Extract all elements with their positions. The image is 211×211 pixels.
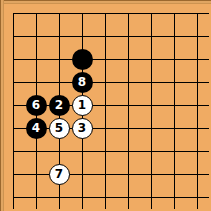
board-point xyxy=(117,2,140,25)
black-stone-8: 8 xyxy=(72,72,93,93)
move-number: 6 xyxy=(32,99,40,111)
board-point xyxy=(25,140,48,163)
board-point xyxy=(117,186,140,209)
board-point xyxy=(140,25,163,48)
black-stone-4: 4 xyxy=(26,118,47,139)
board-point xyxy=(140,140,163,163)
board-point xyxy=(71,140,94,163)
board-point xyxy=(2,25,25,48)
board-point xyxy=(163,117,186,140)
board-point xyxy=(94,186,117,209)
board-point xyxy=(2,71,25,94)
board-point xyxy=(163,163,186,186)
board-point xyxy=(163,94,186,117)
board-point xyxy=(140,186,163,209)
board-point xyxy=(186,186,209,209)
board-point xyxy=(48,48,71,71)
go-board: 86214537 xyxy=(0,0,211,211)
board-point xyxy=(117,71,140,94)
board-point xyxy=(2,94,25,117)
board-point xyxy=(94,94,117,117)
board-point xyxy=(25,186,48,209)
white-stone-1: 1 xyxy=(72,95,93,116)
board-point xyxy=(117,140,140,163)
board-point xyxy=(140,48,163,71)
board-point xyxy=(140,71,163,94)
board-point xyxy=(186,117,209,140)
board-point xyxy=(71,25,94,48)
move-number: 5 xyxy=(55,122,63,134)
board-point xyxy=(186,163,209,186)
board-point xyxy=(71,186,94,209)
board-point xyxy=(94,2,117,25)
board-grid: 86214537 xyxy=(2,2,209,209)
move-number: 2 xyxy=(55,99,63,111)
board-point xyxy=(186,48,209,71)
black-stone xyxy=(72,49,93,70)
board-point xyxy=(163,186,186,209)
board-point xyxy=(163,71,186,94)
board-point xyxy=(2,163,25,186)
board-point xyxy=(25,71,48,94)
move-number: 4 xyxy=(32,122,40,134)
board-point xyxy=(2,186,25,209)
board-point xyxy=(117,25,140,48)
board-point xyxy=(94,163,117,186)
board-point xyxy=(48,186,71,209)
board-point xyxy=(94,48,117,71)
board-point xyxy=(48,25,71,48)
black-stone-6: 6 xyxy=(26,95,47,116)
board-point xyxy=(186,25,209,48)
board-point xyxy=(94,71,117,94)
board-point xyxy=(2,48,25,71)
board-point xyxy=(25,25,48,48)
board-point xyxy=(94,25,117,48)
board-point xyxy=(71,163,94,186)
black-stone-2: 2 xyxy=(49,95,70,116)
board-point xyxy=(48,71,71,94)
board-point xyxy=(140,117,163,140)
board-point xyxy=(71,2,94,25)
board-point xyxy=(2,117,25,140)
board-point xyxy=(117,94,140,117)
move-number: 7 xyxy=(55,168,63,180)
board-point xyxy=(48,140,71,163)
white-stone-3: 3 xyxy=(72,118,93,139)
board-point xyxy=(2,140,25,163)
board-point xyxy=(94,117,117,140)
board-point xyxy=(186,94,209,117)
move-number: 3 xyxy=(78,122,86,134)
board-point xyxy=(117,117,140,140)
board-point xyxy=(186,2,209,25)
board-point xyxy=(140,2,163,25)
board-point xyxy=(163,140,186,163)
board-point xyxy=(186,71,209,94)
board-point xyxy=(186,140,209,163)
board-point xyxy=(117,163,140,186)
white-stone-7: 7 xyxy=(49,164,70,185)
board-point xyxy=(25,163,48,186)
board-point xyxy=(94,140,117,163)
board-point xyxy=(163,48,186,71)
board-point xyxy=(25,48,48,71)
board-point xyxy=(163,25,186,48)
board-point xyxy=(117,48,140,71)
move-number: 8 xyxy=(78,76,86,88)
board-point xyxy=(2,2,25,25)
board-point xyxy=(140,94,163,117)
board-point xyxy=(48,2,71,25)
white-stone-5: 5 xyxy=(49,118,70,139)
move-number: 1 xyxy=(78,99,86,111)
board-point xyxy=(163,2,186,25)
board-point xyxy=(140,163,163,186)
board-point xyxy=(25,2,48,25)
